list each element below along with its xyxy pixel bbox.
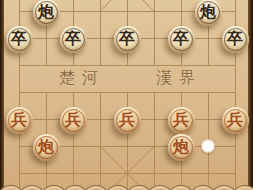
piece-black-soldier[interactable]: 卒 [168, 26, 195, 53]
piece-black-soldier[interactable]: 卒 [222, 26, 249, 53]
black-soldier-glyph: 卒 [173, 28, 189, 49]
piece-black-soldier[interactable]: 卒 [6, 26, 33, 53]
red-cannon-glyph: 炮 [173, 136, 189, 157]
red-soldier-glyph: 兵 [173, 109, 189, 130]
piece-black-soldier[interactable]: 卒 [60, 26, 87, 53]
black-soldier-glyph: 卒 [65, 28, 81, 49]
black-soldier-glyph: 卒 [227, 28, 243, 49]
red-cannon-glyph: 炮 [38, 136, 54, 157]
black-soldier-glyph: 卒 [119, 28, 135, 49]
piece-red-cannon[interactable]: 炮 [33, 134, 60, 161]
river-label-chu-he: 楚河 [59, 69, 105, 86]
black-cannon-glyph: 炮 [200, 1, 216, 22]
red-soldier-glyph: 兵 [227, 109, 243, 130]
last-move-from-dot [201, 139, 215, 153]
piece-black-soldier[interactable]: 卒 [114, 26, 141, 53]
board-frame-left [0, 0, 4, 190]
red-soldier-glyph: 兵 [65, 109, 81, 130]
red-soldier-glyph: 兵 [11, 109, 27, 130]
black-soldier-glyph: 卒 [11, 28, 27, 49]
piece-black-cannon[interactable]: 炮 [33, 0, 60, 26]
river-label-han-jie: 漢界 [156, 69, 202, 86]
piece-red-soldier[interactable]: 兵 [114, 107, 141, 134]
black-cannon-glyph: 炮 [38, 1, 54, 22]
xiangqi-board[interactable]: 楚河 漢界 炮炮卒卒卒卒卒兵兵兵兵兵炮炮 [0, 0, 253, 190]
piece-red-soldier[interactable]: 兵 [168, 107, 195, 134]
piece-black-cannon[interactable]: 炮 [195, 0, 222, 26]
board-frame-right [248, 0, 253, 190]
red-soldier-glyph: 兵 [119, 109, 135, 130]
piece-red-cannon[interactable]: 炮 [168, 134, 195, 161]
piece-red-soldier[interactable]: 兵 [222, 107, 249, 134]
piece-red-soldier[interactable]: 兵 [60, 107, 87, 134]
piece-red-soldier[interactable]: 兵 [6, 107, 33, 134]
